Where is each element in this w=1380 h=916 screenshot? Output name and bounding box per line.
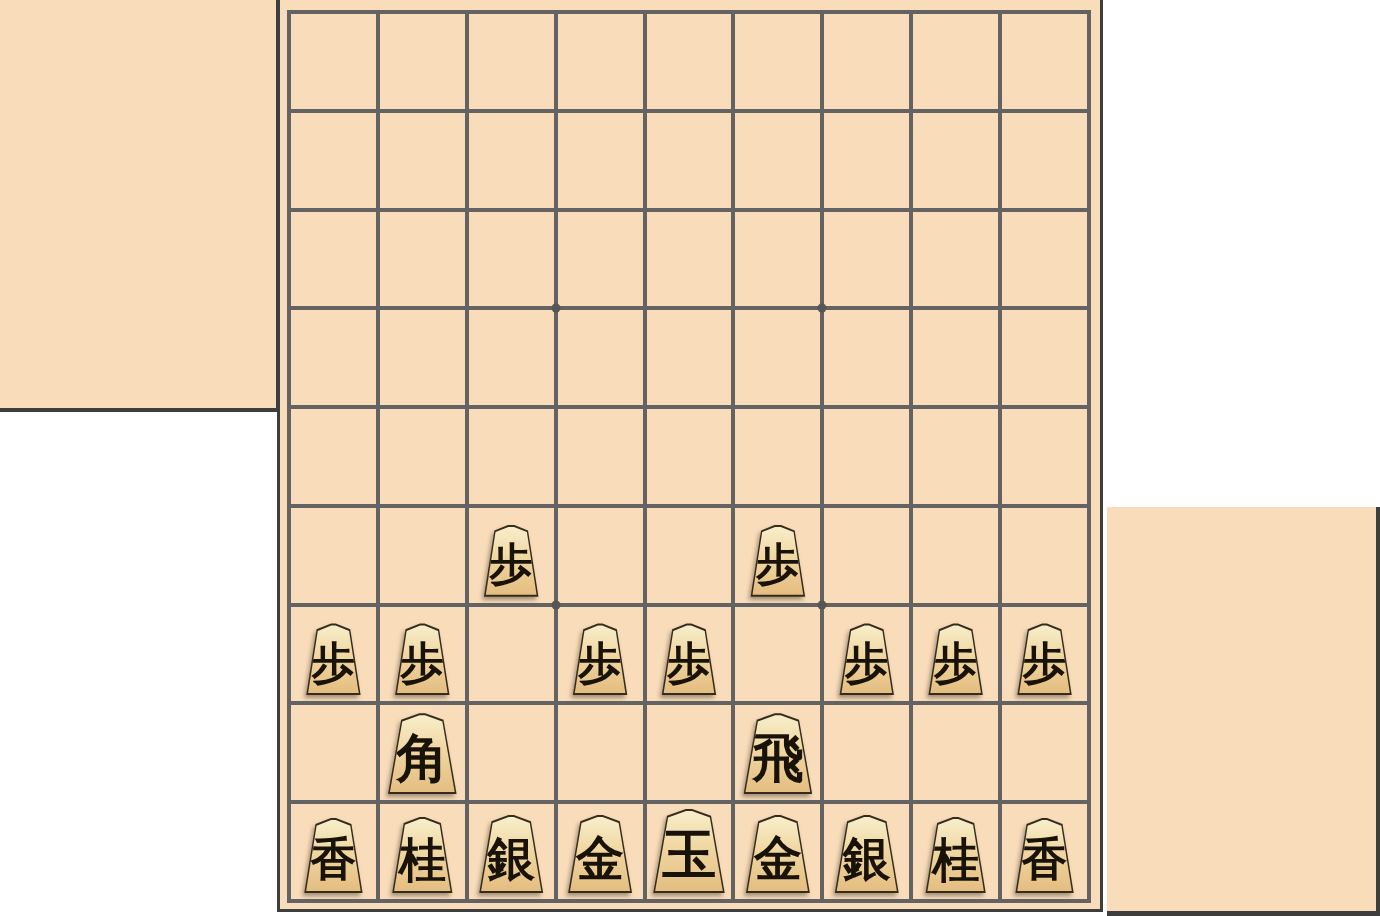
lance-kanji-label: 香 bbox=[304, 836, 362, 882]
piece-rook[interactable]: 飛 bbox=[741, 713, 814, 794]
square-1-6[interactable] bbox=[1002, 508, 1087, 603]
square-1-9[interactable]: 香 bbox=[1002, 804, 1087, 899]
gold-kanji-label: 金 bbox=[746, 834, 810, 882]
knight-piece-shape: 桂 bbox=[924, 817, 988, 893]
square-3-6[interactable] bbox=[824, 508, 909, 603]
square-9-7[interactable]: 歩 bbox=[291, 607, 376, 702]
square-6-9[interactable]: 金 bbox=[558, 804, 643, 899]
square-8-6[interactable] bbox=[380, 508, 465, 603]
king-piece-shape: 玉 bbox=[651, 809, 727, 893]
square-1-8[interactable] bbox=[1002, 705, 1087, 800]
pawn-piece-body: 歩 bbox=[840, 625, 894, 693]
square-5-4[interactable] bbox=[647, 310, 732, 405]
hoshi-star-point bbox=[551, 304, 560, 313]
square-7-3[interactable] bbox=[469, 212, 554, 307]
gold-piece-body: 金 bbox=[746, 817, 810, 891]
bishop-piece-shape: 角 bbox=[386, 713, 459, 794]
square-5-6[interactable] bbox=[647, 508, 732, 603]
square-9-6[interactable] bbox=[291, 508, 376, 603]
lance-piece-body: 香 bbox=[304, 820, 362, 891]
square-1-7[interactable]: 歩 bbox=[1002, 607, 1087, 702]
pawn-piece-shape: 歩 bbox=[482, 525, 540, 597]
shogi-board: 歩歩歩歩歩歩歩歩歩角飛香桂銀金玉金銀桂香 bbox=[287, 10, 1091, 903]
square-2-7[interactable]: 歩 bbox=[913, 607, 998, 702]
square-8-5[interactable] bbox=[380, 409, 465, 504]
silver-kanji-label: 銀 bbox=[835, 834, 899, 882]
piece-king[interactable]: 玉 bbox=[651, 809, 727, 893]
square-1-1[interactable] bbox=[1002, 14, 1087, 109]
square-8-4[interactable] bbox=[380, 310, 465, 405]
square-1-4[interactable] bbox=[1002, 310, 1087, 405]
bishop-kanji-label: 角 bbox=[388, 732, 457, 784]
pawn-piece-body: 歩 bbox=[395, 625, 449, 693]
bishop-piece-body: 角 bbox=[388, 715, 457, 792]
pawn-piece-body: 歩 bbox=[929, 625, 983, 693]
king-piece-body: 玉 bbox=[653, 811, 725, 891]
pawn-piece-shape: 歩 bbox=[1016, 623, 1074, 695]
pawn-piece-shape: 歩 bbox=[393, 623, 451, 695]
square-8-3[interactable] bbox=[380, 212, 465, 307]
silver-kanji-label: 銀 bbox=[479, 834, 543, 882]
hoshi-star-point bbox=[818, 304, 827, 313]
square-1-5[interactable] bbox=[1002, 409, 1087, 504]
rook-piece-body: 飛 bbox=[743, 715, 812, 792]
square-8-8[interactable]: 角 bbox=[380, 705, 465, 800]
square-7-8[interactable] bbox=[469, 705, 554, 800]
square-4-8[interactable]: 飛 bbox=[735, 705, 820, 800]
square-2-4[interactable] bbox=[913, 310, 998, 405]
square-5-3[interactable] bbox=[647, 212, 732, 307]
square-7-2[interactable] bbox=[469, 113, 554, 208]
pawn-piece-shape: 歩 bbox=[749, 525, 807, 597]
square-4-5[interactable] bbox=[735, 409, 820, 504]
pawn-piece-shape: 歩 bbox=[571, 623, 629, 695]
piece-pawn[interactable]: 歩 bbox=[660, 623, 718, 695]
pawn-piece-body: 歩 bbox=[662, 625, 716, 693]
square-6-8[interactable] bbox=[558, 705, 643, 800]
rook-piece-shape: 飛 bbox=[741, 713, 814, 794]
pawn-piece-body: 歩 bbox=[306, 625, 360, 693]
silver-piece-body: 銀 bbox=[835, 817, 899, 891]
pawn-piece-shape: 歩 bbox=[660, 623, 718, 695]
piece-pawn[interactable]: 歩 bbox=[393, 623, 451, 695]
square-5-2[interactable] bbox=[647, 113, 732, 208]
square-9-5[interactable] bbox=[291, 409, 376, 504]
square-3-4[interactable] bbox=[824, 310, 909, 405]
pawn-piece-shape: 歩 bbox=[927, 623, 985, 695]
pawn-piece-body: 歩 bbox=[484, 527, 538, 595]
lance-piece-shape: 香 bbox=[1014, 818, 1076, 893]
hoshi-star-point bbox=[551, 600, 560, 609]
square-3-7[interactable]: 歩 bbox=[824, 607, 909, 702]
square-5-8[interactable] bbox=[647, 705, 732, 800]
square-5-9[interactable]: 玉 bbox=[647, 804, 732, 899]
square-4-1[interactable] bbox=[735, 14, 820, 109]
piece-pawn[interactable]: 歩 bbox=[482, 525, 540, 597]
square-5-5[interactable] bbox=[647, 409, 732, 504]
piece-lance[interactable]: 香 bbox=[302, 818, 364, 893]
square-3-1[interactable] bbox=[824, 14, 909, 109]
square-7-6[interactable]: 歩 bbox=[469, 508, 554, 603]
gold-piece-body: 金 bbox=[568, 817, 632, 891]
pawn-kanji-label: 歩 bbox=[1018, 641, 1072, 685]
square-1-3[interactable] bbox=[1002, 212, 1087, 307]
king-kanji-label: 玉 bbox=[653, 828, 725, 882]
square-5-1[interactable] bbox=[647, 14, 732, 109]
pawn-piece-shape: 歩 bbox=[304, 623, 362, 695]
piece-pawn[interactable]: 歩 bbox=[749, 525, 807, 597]
rook-kanji-label: 飛 bbox=[743, 732, 812, 784]
square-4-3[interactable] bbox=[735, 212, 820, 307]
knight-piece-body: 桂 bbox=[926, 819, 986, 891]
piece-lance[interactable]: 香 bbox=[1014, 818, 1076, 893]
square-2-5[interactable] bbox=[913, 409, 998, 504]
silver-piece-body: 銀 bbox=[479, 817, 543, 891]
lance-piece-body: 香 bbox=[1016, 820, 1074, 891]
pawn-piece-body: 歩 bbox=[573, 625, 627, 693]
piece-pawn[interactable]: 歩 bbox=[1016, 623, 1074, 695]
knight-kanji-label: 桂 bbox=[392, 835, 452, 882]
square-6-6[interactable] bbox=[558, 508, 643, 603]
pawn-kanji-label: 歩 bbox=[751, 542, 805, 586]
square-7-4[interactable] bbox=[469, 310, 554, 405]
piece-silver[interactable]: 銀 bbox=[833, 815, 901, 893]
pawn-kanji-label: 歩 bbox=[306, 641, 360, 685]
square-6-4[interactable] bbox=[558, 310, 643, 405]
square-4-7[interactable] bbox=[735, 607, 820, 702]
square-6-2[interactable] bbox=[558, 113, 643, 208]
pawn-kanji-label: 歩 bbox=[573, 641, 627, 685]
silver-piece-shape: 銀 bbox=[477, 815, 545, 893]
piece-pawn[interactable]: 歩 bbox=[838, 623, 896, 695]
square-2-6[interactable] bbox=[913, 508, 998, 603]
square-2-3[interactable] bbox=[913, 212, 998, 307]
lance-kanji-label: 香 bbox=[1016, 836, 1074, 882]
square-3-8[interactable] bbox=[824, 705, 909, 800]
square-1-2[interactable] bbox=[1002, 113, 1087, 208]
square-3-9[interactable]: 銀 bbox=[824, 804, 909, 899]
square-6-1[interactable] bbox=[558, 14, 643, 109]
pawn-kanji-label: 歩 bbox=[395, 641, 449, 685]
square-7-9[interactable]: 銀 bbox=[469, 804, 554, 899]
square-9-9[interactable]: 香 bbox=[291, 804, 376, 899]
square-8-9[interactable]: 桂 bbox=[380, 804, 465, 899]
square-9-2[interactable] bbox=[291, 113, 376, 208]
square-3-2[interactable] bbox=[824, 113, 909, 208]
piece-pawn[interactable]: 歩 bbox=[304, 623, 362, 695]
pawn-piece-body: 歩 bbox=[751, 527, 805, 595]
komadai-gote[interactable] bbox=[0, 0, 280, 412]
knight-kanji-label: 桂 bbox=[926, 835, 986, 882]
knight-piece-body: 桂 bbox=[392, 819, 452, 891]
piece-silver[interactable]: 銀 bbox=[477, 815, 545, 893]
square-9-1[interactable] bbox=[291, 14, 376, 109]
square-9-4[interactable] bbox=[291, 310, 376, 405]
square-4-6[interactable]: 歩 bbox=[735, 508, 820, 603]
lance-piece-shape: 香 bbox=[302, 818, 364, 893]
piece-gold[interactable]: 金 bbox=[566, 815, 634, 893]
silver-piece-shape: 銀 bbox=[833, 815, 901, 893]
square-4-9[interactable]: 金 bbox=[735, 804, 820, 899]
square-7-7[interactable] bbox=[469, 607, 554, 702]
square-3-3[interactable] bbox=[824, 212, 909, 307]
square-2-1[interactable] bbox=[913, 14, 998, 109]
square-6-3[interactable] bbox=[558, 212, 643, 307]
pawn-piece-body: 歩 bbox=[1018, 625, 1072, 693]
square-8-7[interactable]: 歩 bbox=[380, 607, 465, 702]
square-2-2[interactable] bbox=[913, 113, 998, 208]
square-9-8[interactable] bbox=[291, 705, 376, 800]
square-6-5[interactable] bbox=[558, 409, 643, 504]
square-5-7[interactable]: 歩 bbox=[647, 607, 732, 702]
gold-piece-shape: 金 bbox=[744, 815, 812, 893]
piece-pawn[interactable]: 歩 bbox=[571, 623, 629, 695]
piece-knight[interactable]: 桂 bbox=[924, 817, 988, 893]
square-6-7[interactable]: 歩 bbox=[558, 607, 643, 702]
piece-pawn[interactable]: 歩 bbox=[927, 623, 985, 695]
gold-piece-shape: 金 bbox=[566, 815, 634, 893]
square-4-4[interactable] bbox=[735, 310, 820, 405]
shogi-board-panel: 歩歩歩歩歩歩歩歩歩角飛香桂銀金玉金銀桂香 bbox=[277, 0, 1103, 912]
pawn-kanji-label: 歩 bbox=[929, 641, 983, 685]
square-9-3[interactable] bbox=[291, 212, 376, 307]
square-8-2[interactable] bbox=[380, 113, 465, 208]
pawn-kanji-label: 歩 bbox=[484, 542, 538, 586]
piece-knight[interactable]: 桂 bbox=[390, 817, 454, 893]
hoshi-star-point bbox=[818, 600, 827, 609]
square-2-8[interactable] bbox=[913, 705, 998, 800]
square-8-1[interactable] bbox=[380, 14, 465, 109]
pawn-kanji-label: 歩 bbox=[662, 641, 716, 685]
piece-bishop[interactable]: 角 bbox=[386, 713, 459, 794]
shogi-app: 歩歩歩歩歩歩歩歩歩角飛香桂銀金玉金銀桂香 bbox=[0, 0, 1380, 916]
komadai-sente[interactable] bbox=[1107, 507, 1380, 916]
pawn-piece-shape: 歩 bbox=[838, 623, 896, 695]
square-2-9[interactable]: 桂 bbox=[913, 804, 998, 899]
square-3-5[interactable] bbox=[824, 409, 909, 504]
pawn-kanji-label: 歩 bbox=[840, 641, 894, 685]
gold-kanji-label: 金 bbox=[568, 834, 632, 882]
square-7-1[interactable] bbox=[469, 14, 554, 109]
piece-gold[interactable]: 金 bbox=[744, 815, 812, 893]
square-4-2[interactable] bbox=[735, 113, 820, 208]
square-7-5[interactable] bbox=[469, 409, 554, 504]
knight-piece-shape: 桂 bbox=[390, 817, 454, 893]
